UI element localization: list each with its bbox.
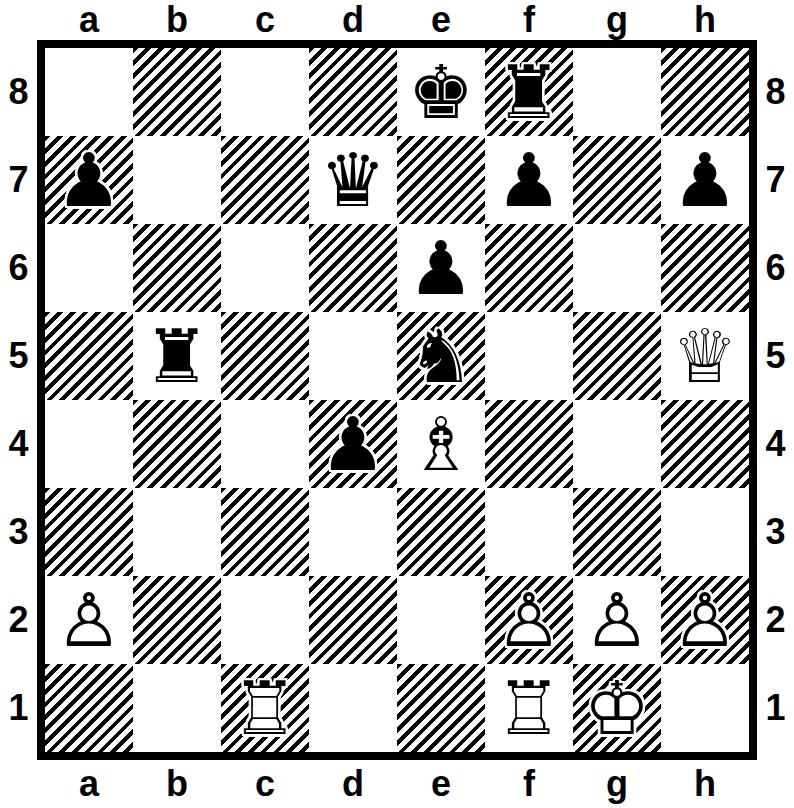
square-f5[interactable]	[485, 312, 573, 400]
square-c2[interactable]	[221, 576, 309, 664]
square-a8[interactable]	[45, 48, 133, 136]
rank-label-1: 1	[0, 664, 37, 752]
rank-label-8: 8	[0, 48, 37, 136]
piece-white-rook[interactable]: ♜♖	[221, 664, 309, 752]
piece-white-pawn[interactable]: ♟♙	[485, 576, 573, 664]
white-rook-glyph-outline: ♖	[485, 664, 573, 752]
square-b2[interactable]	[133, 576, 221, 664]
file-label-d: d	[309, 760, 397, 808]
black-rook-glyph-fill: ♜	[133, 312, 221, 400]
square-d1[interactable]	[309, 664, 397, 752]
white-rook-glyph-fill: ♜	[485, 664, 573, 752]
square-c7[interactable]	[221, 136, 309, 224]
rank-label-5: 5	[757, 312, 794, 400]
white-pawn-glyph-fill: ♟	[485, 576, 573, 664]
square-h1[interactable]	[661, 664, 749, 752]
white-king-glyph-fill: ♚	[573, 664, 661, 752]
square-d6[interactable]	[309, 224, 397, 312]
rank-label-5: 5	[0, 312, 37, 400]
square-h8[interactable]	[661, 48, 749, 136]
square-f4[interactable]	[485, 400, 573, 488]
square-b6[interactable]	[133, 224, 221, 312]
file-label-f: f	[485, 0, 573, 40]
file-label-c: c	[221, 0, 309, 40]
rank-label-3: 3	[0, 488, 37, 576]
white-pawn-glyph-outline: ♙	[661, 576, 749, 664]
square-e8[interactable]: ♚	[397, 48, 485, 136]
rank-label-2: 2	[757, 576, 794, 664]
black-knight-glyph-fill: ♞	[397, 312, 485, 400]
square-e2[interactable]	[397, 576, 485, 664]
square-e4[interactable]: ♝♗	[397, 400, 485, 488]
black-pawn-glyph-fill: ♟	[45, 136, 133, 224]
file-label-e: e	[397, 0, 485, 40]
file-label-c: c	[221, 760, 309, 808]
square-a5[interactable]	[45, 312, 133, 400]
black-pawn-glyph-fill: ♟	[309, 400, 397, 488]
piece-black-rook[interactable]: ♜	[133, 312, 221, 400]
piece-black-knight[interactable]: ♞	[397, 312, 485, 400]
square-h3[interactable]	[661, 488, 749, 576]
piece-black-pawn[interactable]: ♟	[661, 136, 749, 224]
black-pawn-glyph-fill: ♟	[661, 136, 749, 224]
black-queen-glyph-fill: ♛	[309, 136, 397, 224]
square-d2[interactable]	[309, 576, 397, 664]
rank-label-3: 3	[757, 488, 794, 576]
chess-diagram-page: abcdefgh 87654321 ♚♜♟♛♟♟♟♜♞♛♕♟♝♗♟♙♟♙♟♙♟♙…	[0, 0, 794, 808]
square-a1[interactable]	[45, 664, 133, 752]
piece-black-queen[interactable]: ♛	[309, 136, 397, 224]
square-b8[interactable]	[133, 48, 221, 136]
black-rook-glyph-fill: ♜	[485, 48, 573, 136]
rank-label-4: 4	[0, 400, 37, 488]
square-d7[interactable]: ♛	[309, 136, 397, 224]
file-label-b: b	[133, 0, 221, 40]
white-queen-glyph-fill: ♛	[661, 312, 749, 400]
rank-labels-left: 87654321	[0, 48, 37, 752]
piece-white-rook[interactable]: ♜♖	[485, 664, 573, 752]
black-pawn-glyph-fill: ♟	[485, 136, 573, 224]
piece-white-bishop[interactable]: ♝♗	[397, 400, 485, 488]
square-h4[interactable]	[661, 400, 749, 488]
square-a2[interactable]: ♟♙	[45, 576, 133, 664]
square-c4[interactable]	[221, 400, 309, 488]
file-labels-top: abcdefgh	[45, 0, 749, 40]
rank-label-1: 1	[757, 664, 794, 752]
rank-label-6: 6	[757, 224, 794, 312]
rank-label-7: 7	[757, 136, 794, 224]
square-b7[interactable]	[133, 136, 221, 224]
rank-label-6: 6	[0, 224, 37, 312]
rank-label-8: 8	[757, 48, 794, 136]
piece-white-pawn[interactable]: ♟♙	[573, 576, 661, 664]
square-a4[interactable]	[45, 400, 133, 488]
white-pawn-glyph-fill: ♟	[661, 576, 749, 664]
square-f7[interactable]: ♟	[485, 136, 573, 224]
square-e3[interactable]	[397, 488, 485, 576]
file-label-g: g	[573, 0, 661, 40]
piece-white-pawn[interactable]: ♟♙	[661, 576, 749, 664]
white-king-glyph-outline: ♔	[573, 664, 661, 752]
file-label-a: a	[45, 760, 133, 808]
white-pawn-glyph-outline: ♙	[45, 576, 133, 664]
square-a6[interactable]	[45, 224, 133, 312]
square-e7[interactable]	[397, 136, 485, 224]
square-f2[interactable]: ♟♙	[485, 576, 573, 664]
rank-label-2: 2	[0, 576, 37, 664]
file-label-a: a	[45, 0, 133, 40]
square-g1[interactable]: ♚♔	[573, 664, 661, 752]
square-g6[interactable]	[573, 224, 661, 312]
square-d5[interactable]	[309, 312, 397, 400]
square-a3[interactable]	[45, 488, 133, 576]
square-f8[interactable]: ♜	[485, 48, 573, 136]
file-label-h: h	[661, 760, 749, 808]
square-g7[interactable]	[573, 136, 661, 224]
piece-black-king[interactable]: ♚	[397, 48, 485, 136]
black-pawn-glyph-fill: ♟	[397, 224, 485, 312]
square-c5[interactable]	[221, 312, 309, 400]
square-e6[interactable]: ♟	[397, 224, 485, 312]
file-labels-bottom: abcdefgh	[45, 760, 749, 808]
square-b5[interactable]: ♜	[133, 312, 221, 400]
square-g3[interactable]	[573, 488, 661, 576]
square-f6[interactable]	[485, 224, 573, 312]
square-f1[interactable]: ♜♖	[485, 664, 573, 752]
piece-black-pawn[interactable]: ♟	[309, 400, 397, 488]
piece-white-pawn[interactable]: ♟♙	[45, 576, 133, 664]
chess-board: ♚♜♟♛♟♟♟♜♞♛♕♟♝♗♟♙♟♙♟♙♟♙♜♖♜♖♚♔	[37, 40, 757, 760]
white-bishop-glyph-outline: ♗	[397, 400, 485, 488]
white-bishop-glyph-fill: ♝	[397, 400, 485, 488]
piece-black-pawn[interactable]: ♟	[45, 136, 133, 224]
file-label-e: e	[397, 760, 485, 808]
square-h6[interactable]	[661, 224, 749, 312]
white-pawn-glyph-outline: ♙	[573, 576, 661, 664]
square-d8[interactable]	[309, 48, 397, 136]
square-c1[interactable]: ♜♖	[221, 664, 309, 752]
square-h7[interactable]: ♟	[661, 136, 749, 224]
square-b3[interactable]	[133, 488, 221, 576]
white-rook-glyph-outline: ♖	[221, 664, 309, 752]
rank-label-7: 7	[0, 136, 37, 224]
square-g5[interactable]	[573, 312, 661, 400]
square-e1[interactable]	[397, 664, 485, 752]
piece-black-pawn[interactable]: ♟	[485, 136, 573, 224]
square-f3[interactable]	[485, 488, 573, 576]
square-h2[interactable]: ♟♙	[661, 576, 749, 664]
rank-label-4: 4	[757, 400, 794, 488]
white-queen-glyph-outline: ♕	[661, 312, 749, 400]
square-c3[interactable]	[221, 488, 309, 576]
square-g2[interactable]: ♟♙	[573, 576, 661, 664]
white-pawn-glyph-fill: ♟	[573, 576, 661, 664]
square-d3[interactable]	[309, 488, 397, 576]
square-b1[interactable]	[133, 664, 221, 752]
square-d4[interactable]: ♟	[309, 400, 397, 488]
piece-white-king[interactable]: ♚♔	[573, 664, 661, 752]
white-pawn-glyph-fill: ♟	[45, 576, 133, 664]
square-a7[interactable]: ♟	[45, 136, 133, 224]
file-label-d: d	[309, 0, 397, 40]
file-label-f: f	[485, 760, 573, 808]
white-rook-glyph-fill: ♜	[221, 664, 309, 752]
square-c6[interactable]	[221, 224, 309, 312]
square-b4[interactable]	[133, 400, 221, 488]
square-g8[interactable]	[573, 48, 661, 136]
square-g4[interactable]	[573, 400, 661, 488]
white-pawn-glyph-outline: ♙	[485, 576, 573, 664]
rank-labels-right: 87654321	[757, 48, 794, 752]
piece-black-pawn[interactable]: ♟	[397, 224, 485, 312]
file-label-h: h	[661, 0, 749, 40]
piece-black-rook[interactable]: ♜	[485, 48, 573, 136]
square-h5[interactable]: ♛♕	[661, 312, 749, 400]
black-king-glyph-fill: ♚	[397, 48, 485, 136]
piece-white-queen[interactable]: ♛♕	[661, 312, 749, 400]
file-label-g: g	[573, 760, 661, 808]
square-e5[interactable]: ♞	[397, 312, 485, 400]
file-label-b: b	[133, 760, 221, 808]
square-c8[interactable]	[221, 48, 309, 136]
